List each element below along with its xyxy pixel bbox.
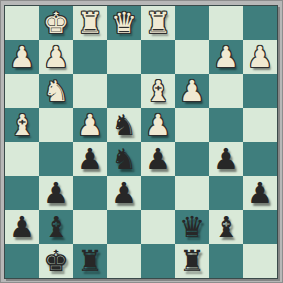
square-c3[interactable] [73,176,107,210]
square-g7[interactable]: ♟ [209,40,243,74]
square-a1[interactable] [5,244,39,278]
black-pawn: ♟ [111,176,137,210]
white-king: ♚ [43,6,69,40]
square-b2[interactable]: ♝ [39,210,73,244]
black-knight: ♞ [111,142,137,176]
square-c2[interactable] [73,210,107,244]
square-e6[interactable]: ♝ [141,74,175,108]
square-d4[interactable]: ♞ [107,142,141,176]
square-b5[interactable] [39,108,73,142]
square-h5[interactable] [243,108,277,142]
white-rook: ♜ [77,6,103,40]
square-a3[interactable] [5,176,39,210]
square-e3[interactable] [141,176,175,210]
square-c6[interactable] [73,74,107,108]
white-pawn: ♟ [213,40,239,74]
square-d5[interactable]: ♞ [107,108,141,142]
square-a4[interactable] [5,142,39,176]
square-c7[interactable] [73,40,107,74]
square-d3[interactable]: ♟ [107,176,141,210]
black-pawn: ♟ [213,142,239,176]
square-h8[interactable] [243,6,277,40]
square-f8[interactable] [175,6,209,40]
square-g8[interactable] [209,6,243,40]
black-rook: ♜ [179,244,205,278]
square-e4[interactable]: ♟ [141,142,175,176]
black-pawn: ♟ [247,176,273,210]
square-f7[interactable] [175,40,209,74]
square-g2[interactable]: ♝ [209,210,243,244]
square-f4[interactable] [175,142,209,176]
square-c5[interactable]: ♟ [73,108,107,142]
black-pawn: ♟ [145,142,171,176]
chess-board: ♚♜♛♜♟♟♟♟♞♝♟♝♟♞♟♟♞♟♟♟♟♟♟♝♛♝♚♜♜ [4,5,278,279]
square-h6[interactable] [243,74,277,108]
square-d2[interactable] [107,210,141,244]
square-h4[interactable] [243,142,277,176]
black-queen: ♛ [179,210,205,244]
square-g6[interactable] [209,74,243,108]
square-b1[interactable]: ♚ [39,244,73,278]
square-d8[interactable]: ♛ [107,6,141,40]
white-pawn: ♟ [145,108,171,142]
square-b4[interactable] [39,142,73,176]
square-d6[interactable] [107,74,141,108]
square-g4[interactable]: ♟ [209,142,243,176]
white-pawn: ♟ [77,108,103,142]
white-bishop: ♝ [145,74,171,108]
black-pawn: ♟ [9,210,35,244]
square-b6[interactable]: ♞ [39,74,73,108]
square-b8[interactable]: ♚ [39,6,73,40]
square-g5[interactable] [209,108,243,142]
black-knight: ♞ [111,108,137,142]
diagram-frame: ♚♜♛♜♟♟♟♟♞♝♟♝♟♞♟♟♞♟♟♟♟♟♟♝♛♝♚♜♜ [0,0,283,283]
black-rook: ♜ [77,244,103,278]
square-f1[interactable]: ♜ [175,244,209,278]
square-a2[interactable]: ♟ [5,210,39,244]
square-e7[interactable] [141,40,175,74]
white-pawn: ♟ [9,40,35,74]
black-king: ♚ [43,244,69,278]
white-knight: ♞ [43,74,69,108]
square-e2[interactable] [141,210,175,244]
square-h1[interactable] [243,244,277,278]
square-f2[interactable]: ♛ [175,210,209,244]
square-e1[interactable] [141,244,175,278]
square-c8[interactable]: ♜ [73,6,107,40]
square-g3[interactable] [209,176,243,210]
square-e8[interactable]: ♜ [141,6,175,40]
black-pawn: ♟ [43,176,69,210]
square-b7[interactable]: ♟ [39,40,73,74]
black-pawn: ♟ [77,142,103,176]
square-e5[interactable]: ♟ [141,108,175,142]
black-bishop: ♝ [213,210,239,244]
square-h3[interactable]: ♟ [243,176,277,210]
square-a6[interactable] [5,74,39,108]
white-queen: ♛ [111,6,137,40]
square-d1[interactable] [107,244,141,278]
white-pawn: ♟ [247,40,273,74]
square-c1[interactable]: ♜ [73,244,107,278]
white-rook: ♜ [145,6,171,40]
white-pawn: ♟ [179,74,205,108]
black-bishop: ♝ [43,210,69,244]
square-a8[interactable] [5,6,39,40]
square-a7[interactable]: ♟ [5,40,39,74]
square-h7[interactable]: ♟ [243,40,277,74]
square-f3[interactable] [175,176,209,210]
square-d7[interactable] [107,40,141,74]
square-c4[interactable]: ♟ [73,142,107,176]
square-f5[interactable] [175,108,209,142]
square-f6[interactable]: ♟ [175,74,209,108]
square-g1[interactable] [209,244,243,278]
square-h2[interactable] [243,210,277,244]
white-bishop: ♝ [9,108,35,142]
white-pawn: ♟ [43,40,69,74]
square-b3[interactable]: ♟ [39,176,73,210]
square-a5[interactable]: ♝ [5,108,39,142]
